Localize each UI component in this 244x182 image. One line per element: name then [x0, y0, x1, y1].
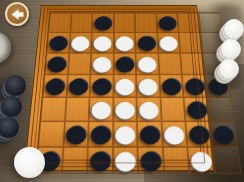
cell-c4[interactable]: ● — [90, 53, 113, 75]
cell-e1[interactable] — [135, 12, 156, 13]
partial-side-disc — [0, 32, 11, 63]
cell-f5[interactable]: ● — [159, 74, 184, 97]
white-disc: ● — [137, 53, 159, 73]
white-disc: ● — [114, 121, 137, 145]
cell-g4[interactable] — [180, 53, 205, 75]
white-disc: ● — [92, 32, 113, 51]
cell-f6[interactable] — [160, 97, 185, 121]
white-piece-stack-2 — [221, 39, 241, 59]
cell-h7[interactable]: ● — [210, 121, 238, 146]
black-disc: ● — [136, 32, 157, 51]
cell-d3[interactable]: ● — [113, 32, 135, 52]
cell-f8[interactable] — [163, 147, 190, 174]
back-button[interactable] — [5, 2, 29, 26]
cell-d1[interactable] — [114, 12, 135, 13]
cell-b7[interactable]: ● — [63, 121, 89, 146]
cell-a5[interactable]: ● — [43, 74, 68, 97]
cell-a3[interactable]: ● — [47, 32, 71, 52]
cell-a4[interactable]: ● — [45, 53, 69, 75]
cell-f4[interactable] — [158, 53, 182, 75]
cell-f7[interactable]: ● — [161, 121, 187, 146]
black-disc: ● — [187, 121, 212, 145]
cell-e3[interactable]: ● — [135, 32, 158, 52]
cell-e6[interactable]: ● — [137, 97, 162, 121]
cell-g8[interactable]: ● — [188, 147, 216, 174]
white-disc: ● — [137, 74, 159, 95]
black-disc: ● — [46, 53, 68, 73]
black-piece-stack-2 — [1, 96, 22, 117]
cell-e8[interactable]: ● — [138, 147, 164, 174]
cell-f3[interactable]: ● — [157, 32, 180, 52]
white-disc: ● — [158, 32, 179, 51]
cell-d5[interactable]: ● — [113, 74, 137, 97]
white-disc: ● — [114, 97, 136, 119]
cell-c3[interactable]: ● — [91, 32, 113, 52]
cell-a2[interactable] — [48, 13, 71, 32]
cell-g6[interactable]: ● — [184, 97, 210, 121]
cell-b4[interactable] — [68, 53, 92, 75]
white-disc: ● — [114, 147, 138, 172]
cell-g7[interactable]: ● — [186, 121, 213, 146]
white-disc: ● — [138, 97, 161, 119]
cell-h8[interactable] — [213, 147, 241, 174]
cell-d6[interactable]: ● — [113, 97, 137, 121]
white-piece-stack-3 — [219, 59, 239, 79]
board-grid: ●●●●●●●●●●●●●●●●●●●●●●●●●●●●●●●●●●●● — [36, 11, 202, 161]
cell-b1[interactable] — [71, 12, 92, 13]
black-disc: ● — [93, 13, 113, 31]
cell-a1[interactable] — [50, 12, 71, 13]
black-disc: ● — [64, 121, 88, 145]
cell-a6[interactable] — [40, 97, 66, 121]
black-disc: ● — [185, 97, 209, 119]
cell-d8[interactable]: ● — [113, 147, 139, 174]
black-disc: ● — [67, 74, 89, 95]
black-disc: ● — [114, 53, 135, 73]
cell-e5[interactable]: ● — [136, 74, 160, 97]
black-disc: ● — [88, 147, 112, 172]
black-disc: ● — [157, 13, 178, 31]
cell-c1[interactable] — [93, 12, 114, 13]
white-piece-stack-1 — [224, 19, 244, 39]
cell-b2[interactable] — [70, 13, 92, 32]
cell-g5[interactable]: ● — [182, 74, 207, 97]
black-disc: ● — [138, 121, 161, 145]
cell-d4[interactable]: ● — [113, 53, 136, 75]
black-disc: ● — [139, 147, 163, 172]
black-piece-stack-1 — [5, 75, 26, 96]
cell-d2[interactable] — [114, 13, 136, 32]
white-disc: ● — [91, 53, 112, 73]
white-disc: ● — [70, 32, 91, 51]
back-arrow-icon — [10, 7, 25, 22]
cell-e2[interactable] — [135, 13, 157, 32]
white-disc: ● — [90, 97, 112, 119]
black-disc: ● — [48, 32, 70, 51]
black-disc: ● — [183, 74, 206, 95]
white-disc: ● — [114, 32, 135, 51]
black-disc: ● — [211, 121, 236, 145]
cell-e4[interactable]: ● — [136, 53, 159, 75]
cell-h6[interactable] — [207, 97, 234, 121]
black-disc: ● — [91, 74, 113, 95]
cell-g3[interactable] — [179, 32, 203, 52]
white-disc: ● — [114, 74, 136, 95]
white-disc: ● — [162, 121, 186, 145]
cell-c5[interactable]: ● — [90, 74, 114, 97]
cell-b5[interactable]: ● — [66, 74, 90, 97]
cell-d7[interactable]: ● — [113, 121, 138, 146]
cell-b6[interactable] — [65, 97, 90, 121]
cell-c6[interactable]: ● — [89, 97, 113, 121]
single-white-disc — [14, 147, 45, 178]
cell-c2[interactable]: ● — [92, 13, 114, 32]
cell-c8[interactable]: ● — [87, 147, 113, 174]
black-disc: ● — [160, 74, 183, 95]
othello-board: ●●●●●●●●●●●●●●●●●●●●●●●●●●●●●●●●●●●● — [25, 6, 213, 170]
black-disc: ● — [89, 121, 112, 145]
black-disc: ● — [44, 74, 67, 95]
cell-c7[interactable]: ● — [88, 121, 113, 146]
game-screen: ●●●●●●●●●●●●●●●●●●●●●●●●●●●●●●●●●●●● — [0, 0, 244, 182]
cell-f1[interactable] — [156, 12, 177, 13]
cell-g2[interactable] — [177, 13, 200, 32]
cell-f2[interactable]: ● — [156, 13, 179, 32]
cell-e7[interactable]: ● — [137, 121, 162, 146]
white-disc: ● — [189, 147, 215, 172]
cell-b8[interactable] — [61, 147, 88, 174]
cell-b3[interactable]: ● — [69, 32, 92, 52]
cell-h2[interactable] — [199, 13, 223, 32]
cell-a7[interactable] — [38, 121, 65, 146]
